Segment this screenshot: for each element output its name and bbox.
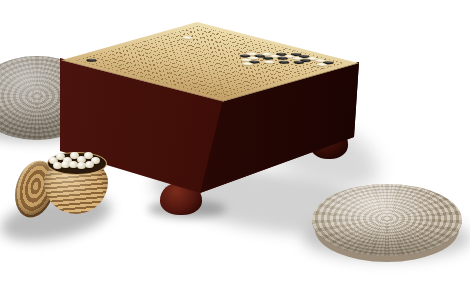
go-set-photo: ●●○○●●○○●○○○●●○○●●●●○○○●○● Traditional J… — [0, 0, 470, 288]
right-straw-cushion — [312, 184, 462, 256]
bowl-stone-white — [85, 161, 94, 168]
bowl-white-stones — [48, 148, 104, 174]
